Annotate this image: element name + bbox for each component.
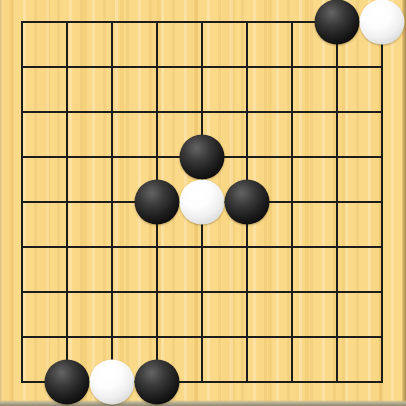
go-app-screenshot [0, 0, 406, 406]
white-stone [90, 360, 135, 405]
white-stone [180, 180, 225, 225]
black-stone [135, 360, 180, 405]
black-stone [180, 135, 225, 180]
black-stone [45, 360, 90, 405]
white-stone [360, 0, 405, 45]
black-stone [135, 180, 180, 225]
black-stone [225, 180, 270, 225]
go-board[interactable] [0, 0, 406, 406]
board-edge-right [402, 0, 406, 406]
black-stone [315, 0, 360, 45]
board-edge-left [0, 0, 3, 406]
